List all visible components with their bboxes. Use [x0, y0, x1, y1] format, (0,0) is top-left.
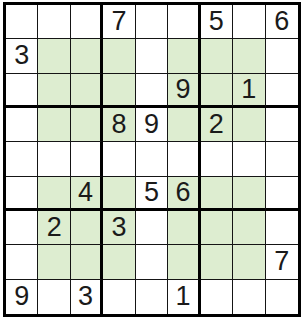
cell-r6c5[interactable]: 5: [136, 177, 168, 211]
cell-r7c8[interactable]: [233, 211, 265, 245]
cell-r7c6[interactable]: [168, 211, 200, 245]
cell-r6c8[interactable]: [233, 177, 265, 211]
cell-r5c8[interactable]: [233, 142, 265, 176]
cell-r3c4[interactable]: [103, 74, 135, 108]
cell-r4c2[interactable]: [38, 108, 70, 142]
cell-r9c2[interactable]: [38, 280, 70, 314]
cell-r8c1[interactable]: [6, 245, 38, 279]
cell-r3c8[interactable]: 1: [233, 74, 265, 108]
cell-r2c3[interactable]: [71, 39, 103, 73]
cell-r1c2[interactable]: [38, 5, 70, 39]
cell-r3c3[interactable]: [71, 74, 103, 108]
cell-r1c9[interactable]: 6: [266, 5, 298, 39]
cell-r5c3[interactable]: [71, 142, 103, 176]
cell-r6c2[interactable]: [38, 177, 70, 211]
cell-r5c1[interactable]: [6, 142, 38, 176]
cell-r9c5[interactable]: [136, 280, 168, 314]
cell-r9c7[interactable]: [201, 280, 233, 314]
cell-r6c9[interactable]: [266, 177, 298, 211]
cell-r2c5[interactable]: [136, 39, 168, 73]
cell-r1c8[interactable]: [233, 5, 265, 39]
cell-r6c7[interactable]: [201, 177, 233, 211]
cell-r3c7[interactable]: [201, 74, 233, 108]
cell-r3c9[interactable]: [266, 74, 298, 108]
cell-r6c1[interactable]: [6, 177, 38, 211]
cell-r6c3[interactable]: 4: [71, 177, 103, 211]
cell-r9c1[interactable]: 9: [6, 280, 38, 314]
cell-r4c4[interactable]: 8: [103, 108, 135, 142]
cell-r7c4[interactable]: 3: [103, 211, 135, 245]
cell-r8c8[interactable]: [233, 245, 265, 279]
cell-r8c3[interactable]: [71, 245, 103, 279]
cell-r3c5[interactable]: [136, 74, 168, 108]
cell-r5c7[interactable]: [201, 142, 233, 176]
cell-r5c2[interactable]: [38, 142, 70, 176]
cell-r7c9[interactable]: [266, 211, 298, 245]
cell-r1c6[interactable]: [168, 5, 200, 39]
cell-r7c7[interactable]: [201, 211, 233, 245]
cell-r3c1[interactable]: [6, 74, 38, 108]
cell-r4c9[interactable]: [266, 108, 298, 142]
cell-r2c9[interactable]: [266, 39, 298, 73]
cell-r7c2[interactable]: 2: [38, 211, 70, 245]
cell-r9c9[interactable]: [266, 280, 298, 314]
cell-r1c7[interactable]: 5: [201, 5, 233, 39]
cell-r8c9[interactable]: 7: [266, 245, 298, 279]
cell-r1c4[interactable]: 7: [103, 5, 135, 39]
cell-r2c4[interactable]: [103, 39, 135, 73]
cell-r2c7[interactable]: [201, 39, 233, 73]
cell-r5c9[interactable]: [266, 142, 298, 176]
cell-r2c6[interactable]: [168, 39, 200, 73]
cell-r5c6[interactable]: [168, 142, 200, 176]
cell-r3c6[interactable]: 9: [168, 74, 200, 108]
cell-r7c5[interactable]: [136, 211, 168, 245]
cell-r8c7[interactable]: [201, 245, 233, 279]
cell-r8c6[interactable]: [168, 245, 200, 279]
cell-r2c1[interactable]: 3: [6, 39, 38, 73]
cell-r2c8[interactable]: [233, 39, 265, 73]
cell-r4c7[interactable]: 2: [201, 108, 233, 142]
cell-r8c4[interactable]: [103, 245, 135, 279]
cell-r6c4[interactable]: [103, 177, 135, 211]
sudoku-board: 756391892456237931: [3, 2, 301, 317]
cell-r9c6[interactable]: 1: [168, 280, 200, 314]
cell-r4c5[interactable]: 9: [136, 108, 168, 142]
cell-r8c2[interactable]: [38, 245, 70, 279]
cell-r8c5[interactable]: [136, 245, 168, 279]
cell-r4c3[interactable]: [71, 108, 103, 142]
cell-r6c6[interactable]: 6: [168, 177, 200, 211]
cell-r3c2[interactable]: [38, 74, 70, 108]
cell-r4c8[interactable]: [233, 108, 265, 142]
cell-r9c8[interactable]: [233, 280, 265, 314]
cell-r2c2[interactable]: [38, 39, 70, 73]
cell-r7c3[interactable]: [71, 211, 103, 245]
cell-r4c6[interactable]: [168, 108, 200, 142]
cell-r5c4[interactable]: [103, 142, 135, 176]
cell-r1c5[interactable]: [136, 5, 168, 39]
cell-r1c3[interactable]: [71, 5, 103, 39]
cell-r1c1[interactable]: [6, 5, 38, 39]
cell-r7c1[interactable]: [6, 211, 38, 245]
cell-r4c1[interactable]: [6, 108, 38, 142]
cell-r9c3[interactable]: 3: [71, 280, 103, 314]
cell-r9c4[interactable]: [103, 280, 135, 314]
sudoku-page: 756391892456237931: [0, 0, 304, 320]
cell-r5c5[interactable]: [136, 142, 168, 176]
